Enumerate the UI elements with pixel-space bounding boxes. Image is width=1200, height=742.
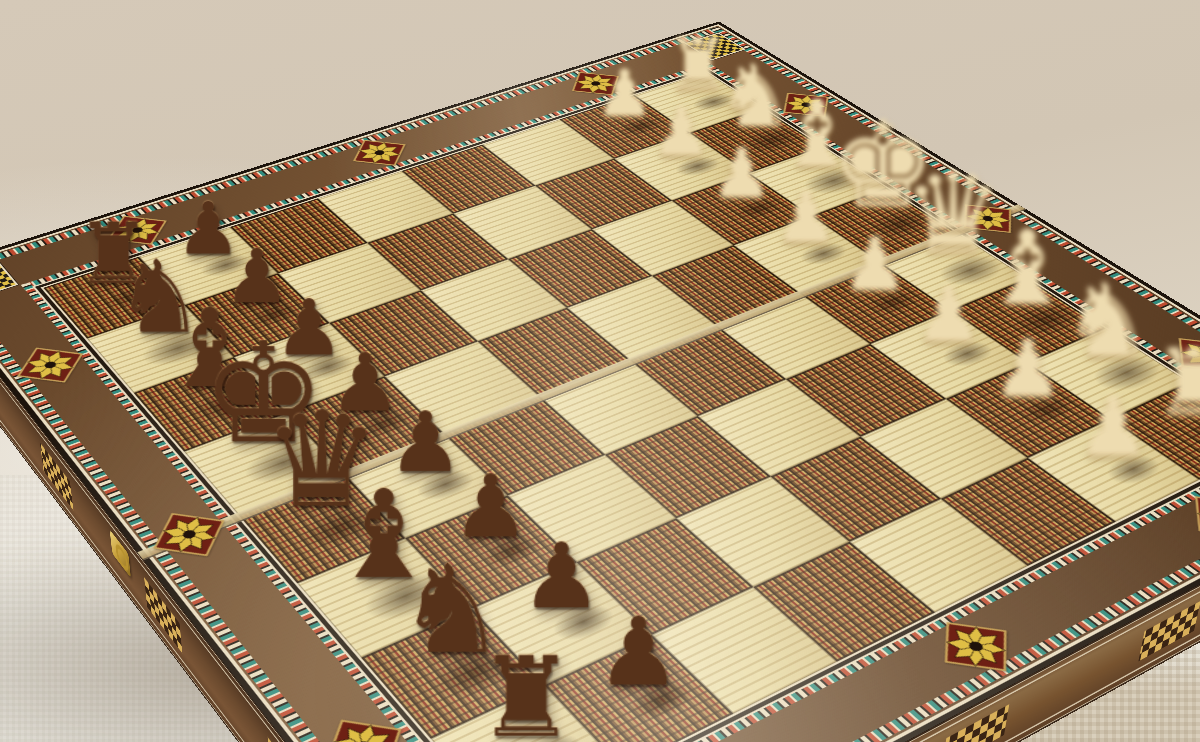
piece-glyph: ♟ bbox=[834, 228, 915, 302]
piece-glyph: ♟ bbox=[586, 605, 690, 699]
border-corner-motif bbox=[0, 261, 18, 301]
scene: ♜♞♝♚♛♝♞♜♟♟♟♟♟♟♟♟♟♟♟♟♟♟♟♟♜♞♝♚♛♝♞♜ bbox=[0, 0, 1200, 742]
piece-glyph: ♜ bbox=[465, 643, 587, 742]
photo-background: ♜♞♝♚♛♝♞♜♟♟♟♟♟♟♟♟♟♟♟♟♟♟♟♟♜♞♝♚♛♝♞♜ bbox=[0, 0, 1200, 742]
piece-glyph: ♟ bbox=[906, 277, 990, 354]
piece-glyph: ♟ bbox=[1068, 386, 1159, 469]
border-rosette bbox=[136, 500, 242, 571]
piece-glyph: ♟ bbox=[766, 182, 845, 254]
border-rosette bbox=[916, 607, 1037, 688]
chess-board: ♜♞♝♚♛♝♞♜♟♟♟♟♟♟♟♟♟♟♟♟♟♟♟♟♜♞♝♚♛♝♞♜ bbox=[0, 21, 1200, 742]
piece-glyph: ♟ bbox=[984, 329, 1071, 409]
border-rosette bbox=[1169, 483, 1200, 553]
